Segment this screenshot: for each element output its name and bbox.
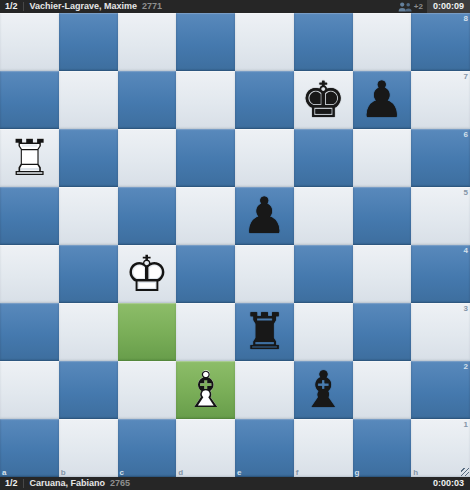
- rank-label-2: 2: [464, 362, 468, 371]
- square-h6[interactable]: 6: [411, 129, 470, 187]
- square-f8[interactable]: [294, 13, 353, 71]
- white-bishop: ♝♗: [176, 361, 235, 419]
- file-label-h: h: [413, 468, 418, 477]
- square-g7[interactable]: ♟: [353, 71, 412, 129]
- black-king: ♚: [294, 71, 353, 129]
- file-label-a: a: [2, 468, 6, 477]
- square-f6[interactable]: [294, 129, 353, 187]
- square-f5[interactable]: [294, 187, 353, 245]
- rank-label-3: 3: [464, 304, 468, 313]
- square-g1[interactable]: g: [353, 419, 412, 477]
- rank-label-1: 1: [464, 420, 468, 429]
- square-g5[interactable]: [353, 187, 412, 245]
- square-g2[interactable]: [353, 361, 412, 419]
- square-b7[interactable]: [59, 71, 118, 129]
- square-b1[interactable]: b: [59, 419, 118, 477]
- black-pawn: ♟: [235, 187, 294, 245]
- square-a3[interactable]: [0, 303, 59, 361]
- square-d2[interactable]: ♝♗: [176, 361, 235, 419]
- white-rook: ♜♖: [0, 129, 59, 187]
- square-e4[interactable]: [235, 245, 294, 303]
- file-label-e: e: [237, 468, 241, 477]
- square-a1[interactable]: a: [0, 419, 59, 477]
- chess-app-window: 1/2 Vachier-Lagrave, Maxime 2771 +2 0:00…: [0, 0, 470, 490]
- square-a7[interactable]: [0, 71, 59, 129]
- black-rook: ♜: [235, 303, 294, 361]
- rank-label-7: 7: [464, 72, 468, 81]
- square-e3[interactable]: ♜: [235, 303, 294, 361]
- square-d8[interactable]: [176, 13, 235, 71]
- square-a8[interactable]: [0, 13, 59, 71]
- file-label-d: d: [178, 468, 183, 477]
- spectators-extra-count: +2: [414, 0, 423, 13]
- black-bishop: ♝: [294, 361, 353, 419]
- square-c1[interactable]: c: [118, 419, 177, 477]
- square-c8[interactable]: [118, 13, 177, 71]
- chess-board: 8♚♟7♜♖6♟5♚♔4♜3♝♗♝2abcdefg1h: [0, 13, 470, 477]
- top-player-bar: 1/2 Vachier-Lagrave, Maxime 2771 +2 0:00…: [0, 0, 470, 13]
- square-e6[interactable]: [235, 129, 294, 187]
- square-c2[interactable]: [118, 361, 177, 419]
- square-f7[interactable]: ♚: [294, 71, 353, 129]
- white-king: ♚♔: [118, 245, 177, 303]
- square-e8[interactable]: [235, 13, 294, 71]
- black-pawn: ♟: [353, 71, 412, 129]
- square-f3[interactable]: [294, 303, 353, 361]
- square-g4[interactable]: [353, 245, 412, 303]
- square-d6[interactable]: [176, 129, 235, 187]
- file-label-b: b: [61, 468, 66, 477]
- square-b3[interactable]: [59, 303, 118, 361]
- square-g8[interactable]: [353, 13, 412, 71]
- square-b4[interactable]: [59, 245, 118, 303]
- rank-label-6: 6: [464, 130, 468, 139]
- file-label-f: f: [296, 468, 299, 477]
- square-d5[interactable]: [176, 187, 235, 245]
- square-e5[interactable]: ♟: [235, 187, 294, 245]
- spectators-icon: [398, 2, 412, 12]
- black-clock: 0:00:09: [427, 0, 470, 13]
- square-h3[interactable]: 3: [411, 303, 470, 361]
- square-c5[interactable]: [118, 187, 177, 245]
- square-e7[interactable]: [235, 71, 294, 129]
- square-d7[interactable]: [176, 71, 235, 129]
- square-c6[interactable]: [118, 129, 177, 187]
- square-d4[interactable]: [176, 245, 235, 303]
- square-f2[interactable]: ♝: [294, 361, 353, 419]
- square-f1[interactable]: f: [294, 419, 353, 477]
- square-a6[interactable]: ♜♖: [0, 129, 59, 187]
- square-c7[interactable]: [118, 71, 177, 129]
- black-player-name: Vachier-Lagrave, Maxime: [24, 0, 138, 13]
- square-a5[interactable]: [0, 187, 59, 245]
- square-g6[interactable]: [353, 129, 412, 187]
- square-c3[interactable]: [118, 303, 177, 361]
- black-player-rating: 2771: [142, 0, 162, 13]
- square-b6[interactable]: [59, 129, 118, 187]
- square-b5[interactable]: [59, 187, 118, 245]
- rank-label-5: 5: [464, 188, 468, 197]
- square-d1[interactable]: d: [176, 419, 235, 477]
- rank-label-8: 8: [464, 14, 468, 23]
- board-area: 8♚♟7♜♖6♟5♚♔4♜3♝♗♝2abcdefg1h: [0, 13, 470, 477]
- square-d3[interactable]: [176, 303, 235, 361]
- resize-handle-icon[interactable]: [461, 468, 469, 476]
- black-score: 1/2: [0, 0, 23, 13]
- square-e2[interactable]: [235, 361, 294, 419]
- square-b8[interactable]: [59, 13, 118, 71]
- white-clock: 0:00:03: [427, 477, 470, 490]
- square-h2[interactable]: 2: [411, 361, 470, 419]
- spectators-indicator: +2: [398, 0, 423, 13]
- file-label-g: g: [355, 468, 360, 477]
- square-h4[interactable]: 4: [411, 245, 470, 303]
- square-e1[interactable]: e: [235, 419, 294, 477]
- square-h7[interactable]: 7: [411, 71, 470, 129]
- white-player-name: Caruana, Fabiano: [24, 477, 106, 490]
- square-h5[interactable]: 5: [411, 187, 470, 245]
- file-label-c: c: [120, 468, 124, 477]
- bottom-player-bar: 1/2 Caruana, Fabiano 2765 0:00:03: [0, 477, 470, 490]
- square-f4[interactable]: [294, 245, 353, 303]
- square-b2[interactable]: [59, 361, 118, 419]
- white-score: 1/2: [0, 477, 23, 490]
- square-g3[interactable]: [353, 303, 412, 361]
- square-a2[interactable]: [0, 361, 59, 419]
- square-a4[interactable]: [0, 245, 59, 303]
- square-h8[interactable]: 8: [411, 13, 470, 71]
- rank-label-4: 4: [464, 246, 468, 255]
- square-c4[interactable]: ♚♔: [118, 245, 177, 303]
- white-player-rating: 2765: [110, 477, 130, 490]
